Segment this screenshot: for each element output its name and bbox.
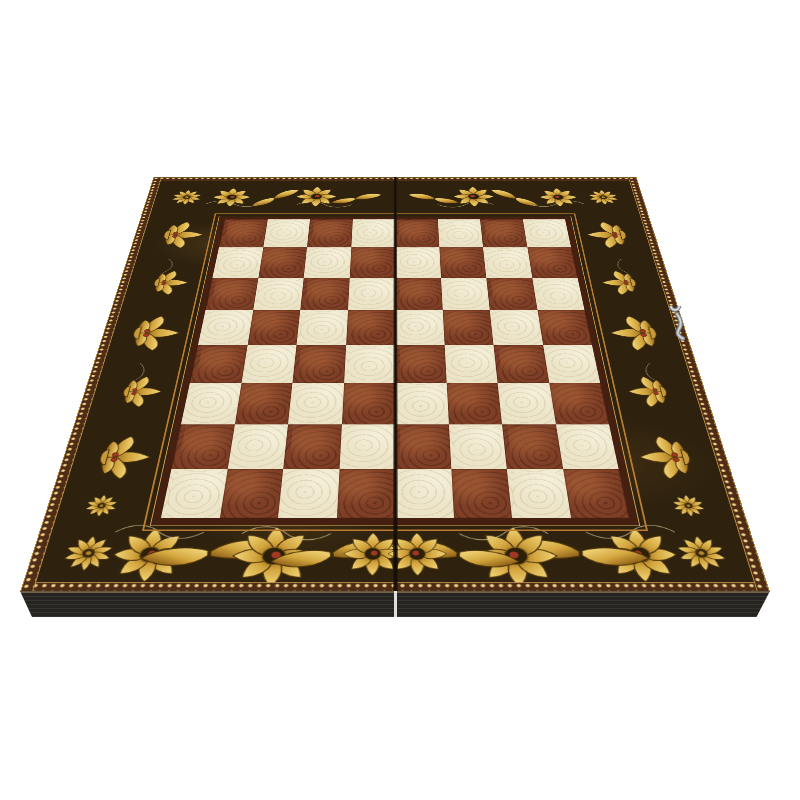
square-b5 bbox=[247, 310, 300, 345]
square-e3 bbox=[395, 383, 448, 424]
square-a2 bbox=[171, 424, 234, 469]
square-b4 bbox=[241, 345, 296, 383]
square-e2 bbox=[395, 424, 451, 469]
chess-board bbox=[20, 177, 770, 592]
square-d5 bbox=[346, 310, 395, 345]
square-g2 bbox=[502, 424, 563, 469]
square-d4 bbox=[344, 345, 395, 383]
square-h8 bbox=[523, 219, 572, 247]
square-f4 bbox=[444, 345, 497, 383]
square-b1 bbox=[219, 469, 283, 518]
square-e1 bbox=[395, 469, 454, 518]
square-b8 bbox=[263, 219, 310, 247]
square-g6 bbox=[486, 278, 537, 310]
square-g4 bbox=[494, 345, 549, 383]
side-seam-gap bbox=[394, 591, 397, 617]
board-side-edge bbox=[20, 591, 770, 617]
latch-icon bbox=[666, 306, 688, 342]
square-f2 bbox=[448, 424, 506, 469]
square-a1 bbox=[161, 469, 227, 518]
square-h5 bbox=[537, 310, 592, 345]
square-c5 bbox=[296, 310, 347, 345]
square-b3 bbox=[235, 383, 293, 424]
square-c8 bbox=[307, 219, 353, 247]
square-d3 bbox=[342, 383, 395, 424]
square-d2 bbox=[339, 424, 395, 469]
square-d7 bbox=[349, 247, 395, 277]
square-a7 bbox=[212, 247, 262, 277]
square-g1 bbox=[507, 469, 571, 518]
square-d6 bbox=[348, 278, 395, 310]
square-a8 bbox=[219, 219, 268, 247]
square-h7 bbox=[527, 247, 577, 277]
square-a6 bbox=[206, 278, 259, 310]
square-c4 bbox=[292, 345, 345, 383]
square-g3 bbox=[498, 383, 556, 424]
square-g7 bbox=[483, 247, 532, 277]
square-f3 bbox=[446, 383, 502, 424]
square-a5 bbox=[198, 310, 253, 345]
square-h6 bbox=[532, 278, 585, 310]
square-b6 bbox=[253, 278, 304, 310]
square-h1 bbox=[563, 469, 629, 518]
square-h2 bbox=[555, 424, 618, 469]
square-e6 bbox=[395, 278, 442, 310]
square-c2 bbox=[283, 424, 341, 469]
square-b7 bbox=[258, 247, 307, 277]
square-c6 bbox=[300, 278, 349, 310]
square-d8 bbox=[351, 219, 395, 247]
square-c1 bbox=[278, 469, 339, 518]
square-b2 bbox=[227, 424, 288, 469]
square-f5 bbox=[442, 310, 493, 345]
product-photo-scene bbox=[0, 0, 800, 800]
square-g5 bbox=[490, 310, 543, 345]
square-e4 bbox=[395, 345, 446, 383]
square-e8 bbox=[395, 219, 439, 247]
square-f1 bbox=[451, 469, 512, 518]
square-a3 bbox=[181, 383, 241, 424]
square-f8 bbox=[438, 219, 484, 247]
square-f6 bbox=[441, 278, 490, 310]
square-c7 bbox=[304, 247, 351, 277]
square-c3 bbox=[288, 383, 344, 424]
square-e5 bbox=[395, 310, 444, 345]
square-h4 bbox=[543, 345, 600, 383]
square-d1 bbox=[336, 469, 395, 518]
square-g8 bbox=[480, 219, 527, 247]
square-h3 bbox=[549, 383, 609, 424]
square-a4 bbox=[190, 345, 247, 383]
square-e7 bbox=[395, 247, 441, 277]
square-f7 bbox=[439, 247, 486, 277]
